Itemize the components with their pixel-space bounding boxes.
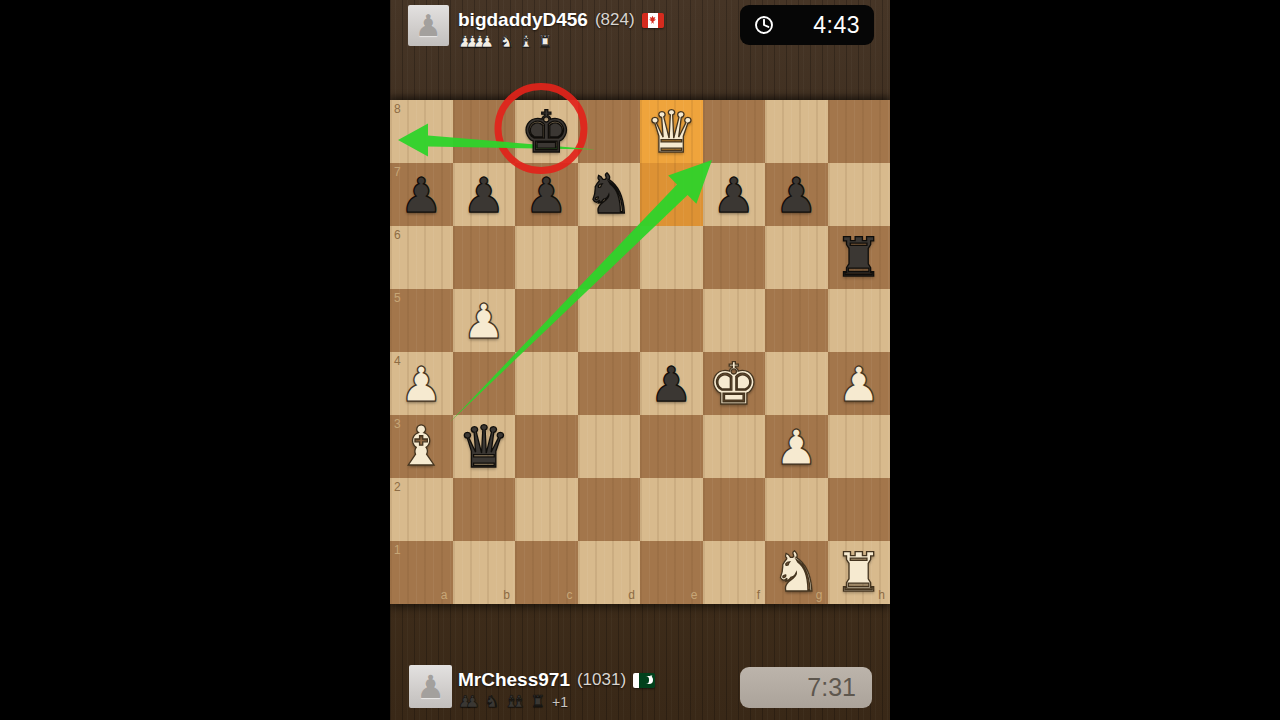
bottom-player-clock: 7:31 <box>740 667 872 708</box>
square-c1[interactable]: c <box>515 541 578 604</box>
square-d5[interactable] <box>578 289 641 352</box>
material-advantage: +1 <box>552 694 568 710</box>
square-g4[interactable] <box>765 352 828 415</box>
top-player-name: bigdaddyD456 <box>458 9 588 31</box>
square-c4[interactable] <box>515 352 578 415</box>
captured-pawn-icon: ♟ <box>480 34 494 50</box>
top-player-clock: 4:43 <box>740 5 874 45</box>
square-e8[interactable] <box>640 100 703 163</box>
square-d6[interactable] <box>578 226 641 289</box>
bottom-player-rating: (1031) <box>577 670 626 690</box>
square-a2[interactable]: 2 <box>390 478 453 541</box>
rank-label-1: 1 <box>394 544 401 556</box>
square-d2[interactable] <box>578 478 641 541</box>
file-label-a: a <box>441 589 448 601</box>
captured-rook-icon: ♜ <box>538 34 552 50</box>
captured-bishop-icon: ♝ <box>511 694 525 710</box>
square-g2[interactable] <box>765 478 828 541</box>
square-c5[interactable] <box>515 289 578 352</box>
square-d3[interactable] <box>578 415 641 478</box>
rank-label-2: 2 <box>394 481 401 493</box>
square-b8[interactable] <box>453 100 516 163</box>
square-b5[interactable] <box>453 289 516 352</box>
square-a6[interactable]: 6 <box>390 226 453 289</box>
square-a4[interactable]: 4 <box>390 352 453 415</box>
square-d1[interactable]: d <box>578 541 641 604</box>
square-g1[interactable]: g <box>765 541 828 604</box>
captured-knight-icon: ♞ <box>485 694 499 710</box>
square-f7[interactable] <box>703 163 766 226</box>
square-a3[interactable]: 3 <box>390 415 453 478</box>
avatar-pawn-icon: ♟ <box>416 671 445 703</box>
square-e7[interactable] <box>640 163 703 226</box>
rank-label-3: 3 <box>394 418 401 430</box>
bottom-player-avatar[interactable]: ♟ <box>409 665 452 708</box>
bottom-player-captured-tray: ♟♟♞♝♝♜+1 <box>458 692 568 712</box>
captured-pawn-icon: ♟ <box>465 694 479 710</box>
file-label-h: h <box>878 589 885 601</box>
file-label-f: f <box>757 589 760 601</box>
video-frame: ♟ bigdaddyD456 (824) ♟♟♟♟♞♝♜ 4:43 876543… <box>0 0 1280 720</box>
captured-knight-icon: ♞ <box>499 34 513 50</box>
rank-label-6: 6 <box>394 229 401 241</box>
square-g3[interactable] <box>765 415 828 478</box>
square-g7[interactable] <box>765 163 828 226</box>
square-b2[interactable] <box>453 478 516 541</box>
bottom-player-name: MrChess971 <box>458 669 570 691</box>
pakistan-flag-icon <box>633 673 655 688</box>
square-f2[interactable] <box>703 478 766 541</box>
square-b4[interactable] <box>453 352 516 415</box>
square-g8[interactable] <box>765 100 828 163</box>
captured-rook-icon: ♜ <box>531 694 545 710</box>
square-h4[interactable] <box>828 352 891 415</box>
bottom-clock-time: 7:31 <box>807 673 856 702</box>
square-c8[interactable] <box>515 100 578 163</box>
square-a7[interactable]: 7 <box>390 163 453 226</box>
file-label-c: c <box>567 589 573 601</box>
square-a5[interactable]: 5 <box>390 289 453 352</box>
rank-label-7: 7 <box>394 166 401 178</box>
square-b6[interactable] <box>453 226 516 289</box>
top-player-name-row: bigdaddyD456 (824) <box>458 9 664 31</box>
top-clock-time: 4:43 <box>813 12 860 39</box>
square-f6[interactable] <box>703 226 766 289</box>
square-f1[interactable]: f <box>703 541 766 604</box>
square-h3[interactable] <box>828 415 891 478</box>
square-h7[interactable] <box>828 163 891 226</box>
file-label-d: d <box>628 589 635 601</box>
square-d7[interactable] <box>578 163 641 226</box>
square-d4[interactable] <box>578 352 641 415</box>
square-e5[interactable] <box>640 289 703 352</box>
square-e6[interactable] <box>640 226 703 289</box>
square-f5[interactable] <box>703 289 766 352</box>
rank-label-4: 4 <box>394 355 401 367</box>
top-player-captured-tray: ♟♟♟♟♞♝♜ <box>458 32 552 52</box>
square-g6[interactable] <box>765 226 828 289</box>
square-e3[interactable] <box>640 415 703 478</box>
square-c2[interactable] <box>515 478 578 541</box>
canada-flag-icon <box>642 13 664 28</box>
square-f4[interactable] <box>703 352 766 415</box>
square-g5[interactable] <box>765 289 828 352</box>
square-b7[interactable] <box>453 163 516 226</box>
square-c6[interactable] <box>515 226 578 289</box>
square-b1[interactable]: b <box>453 541 516 604</box>
captured-bishop-icon: ♝ <box>519 34 533 50</box>
square-b3[interactable] <box>453 415 516 478</box>
chess-board: 87654321abcdefgh <box>390 100 890 604</box>
square-f8[interactable] <box>703 100 766 163</box>
app-content: ♟ bigdaddyD456 (824) ♟♟♟♟♞♝♜ 4:43 876543… <box>390 0 890 720</box>
square-h5[interactable] <box>828 289 891 352</box>
square-h8[interactable] <box>828 100 891 163</box>
square-c7[interactable] <box>515 163 578 226</box>
rank-label-8: 8 <box>394 103 401 115</box>
square-h6[interactable] <box>828 226 891 289</box>
square-c3[interactable] <box>515 415 578 478</box>
rank-label-5: 5 <box>394 292 401 304</box>
avatar-pawn-icon: ♟ <box>415 11 442 41</box>
square-d8[interactable] <box>578 100 641 163</box>
square-h1[interactable]: h <box>828 541 891 604</box>
top-player-rating: (824) <box>595 10 635 30</box>
square-h2[interactable] <box>828 478 891 541</box>
square-e1[interactable]: e <box>640 541 703 604</box>
square-a8[interactable]: 8 <box>390 100 453 163</box>
square-e4[interactable] <box>640 352 703 415</box>
bottom-player-name-row: MrChess971 (1031) <box>458 669 655 691</box>
file-label-b: b <box>503 589 510 601</box>
square-f3[interactable] <box>703 415 766 478</box>
square-a1[interactable]: 1a <box>390 541 453 604</box>
file-label-e: e <box>691 589 698 601</box>
square-e2[interactable] <box>640 478 703 541</box>
top-player-avatar[interactable]: ♟ <box>408 5 449 46</box>
clock-icon <box>754 15 774 35</box>
file-label-g: g <box>816 589 823 601</box>
